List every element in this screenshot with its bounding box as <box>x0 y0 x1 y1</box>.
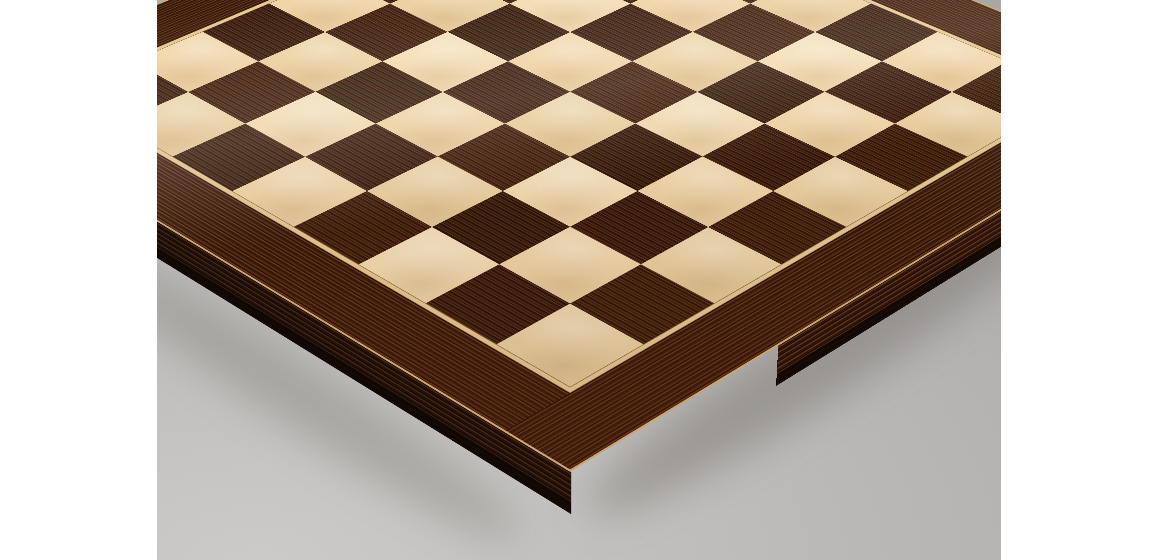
scene <box>157 0 1001 560</box>
board-top-surface <box>157 0 1001 472</box>
photo-margin-right <box>1001 0 1158 560</box>
photo-margin-left <box>0 0 157 560</box>
chessboard-product-photo <box>157 0 1001 560</box>
